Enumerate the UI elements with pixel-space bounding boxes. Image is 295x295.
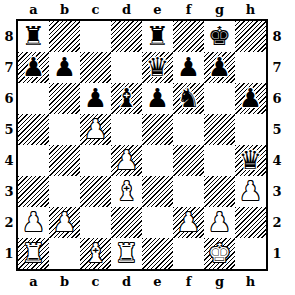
square-d4[interactable]: ♟ [111,145,142,176]
file-label-f-top: f [173,2,204,17]
square-e2[interactable] [142,207,173,238]
square-e6[interactable]: ♟ [142,83,173,114]
square-g8[interactable]: ♚ [204,21,235,52]
square-e7[interactable]: ♛ [142,52,173,83]
square-f2[interactable]: ♟ [173,207,204,238]
square-f3[interactable] [173,176,204,207]
square-g2[interactable]: ♟ [204,207,235,238]
square-h8[interactable] [235,21,266,52]
black-queen[interactable]: ♛ [239,145,262,176]
black-knight[interactable]: ♞ [177,83,200,114]
white-pawn[interactable]: ♟ [115,145,138,176]
file-labels-bottom: abcdefgh [18,274,266,289]
square-f7[interactable]: ♟ [173,52,204,83]
black-rook[interactable]: ♜ [146,21,169,52]
square-h2[interactable] [235,207,266,238]
square-c6[interactable]: ♟ [80,83,111,114]
square-c2[interactable] [80,207,111,238]
black-pawn[interactable]: ♟ [239,83,262,114]
white-pawn[interactable]: ♟ [208,207,231,238]
square-e4[interactable] [142,145,173,176]
square-f4[interactable] [173,145,204,176]
rank-label-3-left: 3 [3,176,15,207]
square-f8[interactable] [173,21,204,52]
rank-label-8-left: 8 [3,21,15,52]
square-b6[interactable] [49,83,80,114]
square-g4[interactable] [204,145,235,176]
square-c8[interactable] [80,21,111,52]
white-pawn[interactable]: ♟ [53,207,76,238]
rank-label-3-right: 3 [271,176,283,207]
square-d8[interactable] [111,21,142,52]
square-h4[interactable]: ♛ [235,145,266,176]
square-d6[interactable]: ♝ [111,83,142,114]
chess-diagram: abcdefgh 87654321 87654321 ♜♜♚♟♟♛♟♟♟♝♟♞♟… [0,0,295,295]
square-d7[interactable] [111,52,142,83]
file-label-d-bottom: d [111,274,142,289]
black-queen[interactable]: ♛ [146,52,169,83]
black-pawn[interactable]: ♟ [22,52,45,83]
square-h7[interactable] [235,52,266,83]
file-label-f-bottom: f [173,274,204,289]
black-pawn[interactable]: ♟ [177,52,200,83]
square-a2[interactable]: ♟ [18,207,49,238]
file-label-h-bottom: h [235,274,266,289]
square-e1[interactable] [142,238,173,269]
square-f6[interactable]: ♞ [173,83,204,114]
square-a4[interactable] [18,145,49,176]
white-pawn[interactable]: ♟ [22,207,45,238]
square-g6[interactable] [204,83,235,114]
white-rook[interactable]: ♜ [115,238,138,269]
file-label-b-top: b [49,2,80,17]
file-label-b-bottom: b [49,274,80,289]
rank-label-6-left: 6 [3,83,15,114]
square-a1[interactable]: ♜ [18,238,49,269]
file-label-a-bottom: a [18,274,49,289]
black-pawn[interactable]: ♟ [208,52,231,83]
white-rook[interactable]: ♜ [22,238,45,269]
rank-label-6-right: 6 [271,83,283,114]
white-pawn[interactable]: ♟ [84,114,107,145]
square-c4[interactable] [80,145,111,176]
rank-labels-right: 87654321 [271,21,283,269]
rank-label-5-right: 5 [271,114,283,145]
square-h3[interactable]: ♟ [235,176,266,207]
square-g3[interactable] [204,176,235,207]
rank-label-4-left: 4 [3,145,15,176]
square-c5[interactable]: ♟ [80,114,111,145]
black-pawn[interactable]: ♟ [53,52,76,83]
square-a8[interactable]: ♜ [18,21,49,52]
square-g1[interactable]: ♚ [204,238,235,269]
black-rook[interactable]: ♜ [22,21,45,52]
file-label-c-bottom: c [80,274,111,289]
square-b2[interactable]: ♟ [49,207,80,238]
white-bishop[interactable]: ♝ [115,176,138,207]
chess-board: ♜♜♚♟♟♛♟♟♟♝♟♞♟♟♟♛♝♟♟♟♟♟♜♝♜♚ [16,19,268,271]
square-d3[interactable]: ♝ [111,176,142,207]
square-c3[interactable] [80,176,111,207]
square-b1[interactable] [49,238,80,269]
square-d2[interactable] [111,207,142,238]
white-pawn[interactable]: ♟ [239,176,262,207]
black-king[interactable]: ♚ [208,21,231,52]
rank-label-7-left: 7 [3,52,15,83]
square-b3[interactable] [49,176,80,207]
rank-label-2-right: 2 [271,207,283,238]
rank-label-1-left: 1 [3,238,15,269]
black-pawn[interactable]: ♟ [84,83,107,114]
square-d1[interactable]: ♜ [111,238,142,269]
square-a5[interactable] [18,114,49,145]
white-bishop[interactable]: ♝ [84,238,107,269]
square-h1[interactable] [235,238,266,269]
black-bishop[interactable]: ♝ [115,83,138,114]
square-a3[interactable] [18,176,49,207]
square-b4[interactable] [49,145,80,176]
square-a7[interactable]: ♟ [18,52,49,83]
square-c1[interactable]: ♝ [80,238,111,269]
black-pawn[interactable]: ♟ [146,83,169,114]
square-c7[interactable] [80,52,111,83]
square-d5[interactable] [111,114,142,145]
square-g5[interactable] [204,114,235,145]
rank-label-7-right: 7 [271,52,283,83]
white-king[interactable]: ♚ [208,238,231,269]
rank-label-8-right: 8 [271,21,283,52]
square-g7[interactable]: ♟ [204,52,235,83]
square-e5[interactable] [142,114,173,145]
square-e3[interactable] [142,176,173,207]
file-label-d-top: d [111,2,142,17]
square-b5[interactable] [49,114,80,145]
white-pawn[interactable]: ♟ [177,207,200,238]
square-f1[interactable] [173,238,204,269]
file-label-h-top: h [235,2,266,17]
rank-labels-left: 87654321 [3,21,15,269]
square-h5[interactable] [235,114,266,145]
file-label-e-top: e [142,2,173,17]
file-labels-top: abcdefgh [18,2,266,17]
file-label-c-top: c [80,2,111,17]
rank-label-5-left: 5 [3,114,15,145]
rank-label-2-left: 2 [3,207,15,238]
file-label-e-bottom: e [142,274,173,289]
file-label-g-bottom: g [204,274,235,289]
file-label-a-top: a [18,2,49,17]
square-f5[interactable] [173,114,204,145]
square-a6[interactable] [18,83,49,114]
square-b7[interactable]: ♟ [49,52,80,83]
rank-label-4-right: 4 [271,145,283,176]
square-e8[interactable]: ♜ [142,21,173,52]
rank-label-1-right: 1 [271,238,283,269]
square-h6[interactable]: ♟ [235,83,266,114]
square-b8[interactable] [49,21,80,52]
file-label-g-top: g [204,2,235,17]
